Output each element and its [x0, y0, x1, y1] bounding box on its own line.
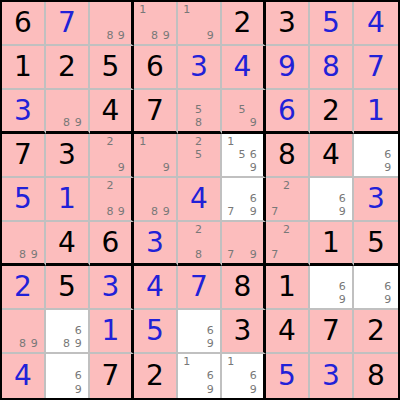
- cell-r7c5[interactable]: 7: [178, 266, 222, 310]
- candidate-8: 8: [61, 116, 73, 129]
- cell-r2c7[interactable]: 9: [266, 46, 310, 90]
- candidate-7: [181, 248, 193, 261]
- given-digit: 2: [58, 53, 76, 81]
- candidate-3: [160, 3, 172, 16]
- candidate-2: [149, 3, 161, 16]
- candidate-9: [204, 161, 216, 174]
- candidate-grid: 89: [49, 91, 84, 129]
- candidate-2: [193, 311, 205, 324]
- cell-r5c9[interactable]: 3: [354, 178, 398, 222]
- candidate-6: [72, 104, 84, 117]
- candidate-8: [281, 205, 293, 218]
- cell-r4c8[interactable]: 4: [310, 134, 354, 178]
- given-digit: 1: [322, 229, 340, 257]
- cell-r5c5[interactable]: 4: [178, 178, 222, 222]
- cell-r3c4[interactable]: 7: [134, 90, 178, 134]
- cell-r6c9[interactable]: 5: [354, 222, 398, 266]
- candidate-9: [292, 205, 304, 218]
- candidate-5: [369, 280, 381, 293]
- candidate-7: [313, 205, 325, 218]
- candidate-1: 1: [225, 355, 236, 369]
- candidate-7: [181, 382, 193, 396]
- cell-r8c1[interactable]: 89: [2, 310, 46, 354]
- cell-r8c4[interactable]: 5: [134, 310, 178, 354]
- given-digit: 4: [278, 317, 296, 345]
- cell-r2c9[interactable]: 7: [354, 46, 398, 90]
- candidate-1: [5, 223, 17, 236]
- candidate-8: [281, 248, 293, 261]
- candidate-3: [336, 179, 348, 192]
- candidate-7: 7: [269, 248, 281, 261]
- candidate-5: [61, 104, 73, 117]
- cell-r2c2[interactable]: 2: [46, 46, 90, 90]
- candidate-2: [61, 91, 73, 104]
- cell-r7c8[interactable]: 69: [310, 266, 354, 310]
- candidate-3: [116, 3, 127, 16]
- candidate-6: [160, 148, 172, 161]
- candidate-grid: 29: [93, 135, 127, 174]
- cell-r7c6[interactable]: 8: [222, 266, 266, 310]
- candidate-9: 9: [28, 248, 40, 261]
- candidate-5: [61, 324, 73, 337]
- candidate-7: [225, 116, 236, 129]
- candidate-1: [269, 223, 281, 236]
- candidate-grid: 69: [49, 355, 84, 396]
- candidate-8: 8: [193, 116, 205, 129]
- candidate-9: 9: [72, 116, 84, 129]
- candidate-1: [357, 135, 369, 148]
- candidate-4: [225, 104, 236, 117]
- given-digit: 3: [234, 317, 252, 345]
- cell-r6c5[interactable]: 28: [178, 222, 222, 266]
- candidate-7: [49, 116, 61, 129]
- given-digit: 3: [58, 141, 76, 169]
- candidate-6: [116, 192, 127, 205]
- cell-r7c4[interactable]: 4: [134, 266, 178, 310]
- solved-digit: 3: [190, 53, 208, 81]
- candidate-grid: 1569: [225, 135, 259, 174]
- candidate-1: [93, 179, 104, 192]
- candidate-6: 6: [204, 324, 216, 337]
- cell-r9c4[interactable]: 2: [134, 354, 178, 398]
- cell-r7c1[interactable]: 2: [2, 266, 46, 310]
- candidate-4: [93, 148, 104, 161]
- cell-r9c6[interactable]: 169: [222, 354, 266, 398]
- cell-r8c6[interactable]: 3: [222, 310, 266, 354]
- cell-r9c9[interactable]: 8: [354, 354, 398, 398]
- candidate-2: [325, 179, 337, 192]
- candidate-8: 8: [61, 337, 73, 350]
- candidate-8: 8: [104, 205, 115, 218]
- solved-digit: 7: [58, 9, 76, 37]
- candidate-grid: 19: [181, 3, 216, 42]
- cell-r1c2[interactable]: 7: [46, 2, 90, 46]
- candidate-grid: 169: [181, 355, 216, 396]
- candidate-7: [5, 337, 17, 350]
- candidate-2: 2: [193, 223, 205, 236]
- candidate-4: [181, 104, 193, 117]
- cell-r3c1[interactable]: 3: [2, 90, 46, 134]
- candidate-grid: 89: [137, 179, 172, 218]
- solved-digit: 5: [322, 9, 340, 37]
- candidate-6: 6: [336, 192, 348, 205]
- solved-digit: 3: [367, 185, 385, 213]
- candidate-1: [313, 267, 325, 280]
- candidate-7: [225, 161, 236, 174]
- cell-r1c9[interactable]: 4: [354, 2, 398, 46]
- candidate-5: [236, 192, 247, 205]
- cell-r3c3[interactable]: 4: [90, 90, 134, 134]
- cell-r4c7[interactable]: 8: [266, 134, 310, 178]
- solved-digit: 3: [322, 362, 340, 390]
- candidate-1: [5, 311, 17, 324]
- candidate-1: [93, 3, 104, 16]
- solved-digit: 9: [278, 53, 296, 81]
- candidate-grid: 89: [5, 223, 40, 261]
- cell-r1c1[interactable]: 6: [2, 2, 46, 46]
- cell-r2c8[interactable]: 8: [310, 46, 354, 90]
- cell-r9c2[interactable]: 69: [46, 354, 90, 398]
- candidate-3: [160, 179, 172, 192]
- solved-digit: 5: [278, 362, 296, 390]
- candidate-3: [292, 223, 304, 236]
- candidate-9: 9: [116, 161, 127, 174]
- candidate-1: 1: [137, 3, 149, 16]
- cell-r3c9[interactable]: 1: [354, 90, 398, 134]
- candidate-grid: 27: [269, 223, 304, 261]
- given-digit: 2: [146, 362, 164, 390]
- candidate-7: 7: [269, 205, 281, 218]
- solved-digit: 8: [322, 53, 340, 81]
- cell-r4c2[interactable]: 3: [46, 134, 90, 178]
- candidate-2: 2: [104, 179, 115, 192]
- solved-digit: 1: [367, 97, 385, 125]
- cell-r4c6[interactable]: 1569: [222, 134, 266, 178]
- cell-r2c1[interactable]: 1: [2, 46, 46, 90]
- cell-r4c4[interactable]: 19: [134, 134, 178, 178]
- candidate-3: [116, 135, 127, 148]
- candidate-7: [181, 161, 193, 174]
- cell-r7c7[interactable]: 1: [266, 266, 310, 310]
- candidate-grid: 58: [181, 91, 216, 129]
- candidate-1: [181, 223, 193, 236]
- cell-r5c4[interactable]: 89: [134, 178, 178, 222]
- candidate-5: [17, 324, 29, 337]
- cell-r9c7[interactable]: 5: [266, 354, 310, 398]
- cell-r9c8[interactable]: 3: [310, 354, 354, 398]
- candidate-grid: 169: [225, 355, 259, 396]
- candidate-6: 6: [336, 280, 348, 293]
- cell-r5c3[interactable]: 289: [90, 178, 134, 222]
- cell-r3c5[interactable]: 58: [178, 90, 222, 134]
- candidate-4: [313, 192, 325, 205]
- solved-digit: 3: [14, 97, 32, 125]
- sudoku-board: 6789189192354125634987389475859621732919…: [0, 0, 400, 400]
- candidate-4: [181, 16, 193, 29]
- cell-r1c4[interactable]: 189: [134, 2, 178, 46]
- given-digit: 8: [234, 273, 252, 301]
- candidate-5: [369, 148, 381, 161]
- cell-r9c3[interactable]: 7: [90, 354, 134, 398]
- candidate-4: [225, 236, 236, 249]
- cell-r8c7[interactable]: 4: [266, 310, 310, 354]
- candidate-grid: 69: [357, 135, 394, 174]
- given-digit: 3: [278, 9, 296, 37]
- candidate-3: [248, 223, 259, 236]
- candidate-6: [28, 236, 40, 249]
- candidate-8: [369, 161, 381, 174]
- candidate-4: [269, 192, 281, 205]
- cell-r6c2[interactable]: 4: [46, 222, 90, 266]
- cell-r1c5[interactable]: 19: [178, 2, 222, 46]
- cell-r8c9[interactable]: 2: [354, 310, 398, 354]
- candidate-5: [149, 148, 161, 161]
- candidate-4: [93, 192, 104, 205]
- candidate-5: 5: [236, 104, 247, 117]
- candidate-1: [93, 135, 104, 148]
- candidate-9: 9: [248, 248, 259, 261]
- candidate-8: [325, 205, 337, 218]
- candidate-1: [181, 91, 193, 104]
- candidate-8: 8: [149, 29, 161, 42]
- candidate-8: [193, 29, 205, 42]
- candidate-5: [17, 236, 29, 249]
- candidate-8: [236, 116, 247, 129]
- cell-r3c8[interactable]: 2: [310, 90, 354, 134]
- cell-r2c4[interactable]: 6: [134, 46, 178, 90]
- candidate-2: [17, 311, 29, 324]
- candidate-9: 9: [248, 205, 259, 218]
- cell-r2c3[interactable]: 5: [90, 46, 134, 90]
- candidate-grid: 27: [269, 179, 304, 218]
- candidate-9: 9: [248, 116, 259, 129]
- candidate-2: [369, 135, 381, 148]
- candidate-4: [137, 148, 149, 161]
- candidate-4: [181, 236, 193, 249]
- candidate-3: [248, 91, 259, 104]
- candidate-8: [325, 293, 337, 306]
- candidate-4: [181, 148, 193, 161]
- candidate-6: 6: [72, 369, 84, 383]
- candidate-4: [357, 280, 369, 293]
- candidate-6: 6: [382, 280, 394, 293]
- cell-r1c3[interactable]: 89: [90, 2, 134, 46]
- candidate-9: 9: [248, 161, 259, 174]
- candidate-9: [204, 116, 216, 129]
- candidate-3: [72, 91, 84, 104]
- cell-r5c8[interactable]: 69: [310, 178, 354, 222]
- given-digit: 2: [367, 317, 385, 345]
- cell-r8c5[interactable]: 69: [178, 310, 222, 354]
- candidate-3: [248, 179, 259, 192]
- candidate-4: [181, 324, 193, 337]
- given-digit: 4: [58, 229, 76, 257]
- cell-r4c5[interactable]: 25: [178, 134, 222, 178]
- candidate-6: [248, 104, 259, 117]
- candidate-7: [357, 293, 369, 306]
- candidate-5: [149, 16, 161, 29]
- candidate-9: 9: [336, 205, 348, 218]
- candidate-5: [149, 192, 161, 205]
- solved-digit: 3: [102, 273, 120, 301]
- candidate-8: [104, 161, 115, 174]
- candidate-7: [137, 29, 149, 42]
- cell-r7c2[interactable]: 5: [46, 266, 90, 310]
- candidate-5: [104, 16, 115, 29]
- candidate-2: [236, 355, 247, 369]
- cell-r2c5[interactable]: 3: [178, 46, 222, 90]
- candidate-3: [160, 135, 172, 148]
- candidate-3: [28, 311, 40, 324]
- candidate-7: [181, 337, 193, 350]
- candidate-2: [236, 91, 247, 104]
- candidate-5: [325, 192, 337, 205]
- candidate-6: [160, 192, 172, 205]
- candidate-4: [49, 324, 61, 337]
- candidate-2: [369, 267, 381, 280]
- candidate-9: 9: [72, 337, 84, 350]
- solved-digit: 6: [278, 97, 296, 125]
- candidate-1: 1: [225, 135, 236, 148]
- candidate-5: [104, 192, 115, 205]
- candidate-9: 9: [160, 29, 172, 42]
- solved-digit: 5: [146, 317, 164, 345]
- cell-r7c9[interactable]: 69: [354, 266, 398, 310]
- candidate-4: [49, 104, 61, 117]
- cell-r5c2[interactable]: 1: [46, 178, 90, 222]
- cell-r5c1[interactable]: 5: [2, 178, 46, 222]
- candidate-8: [61, 382, 73, 396]
- cell-r5c6[interactable]: 679: [222, 178, 266, 222]
- given-digit: 8: [367, 362, 385, 390]
- cell-r5c7[interactable]: 27: [266, 178, 310, 222]
- candidate-1: [269, 179, 281, 192]
- candidate-1: [49, 355, 61, 369]
- candidate-6: [292, 192, 304, 205]
- cell-r4c1[interactable]: 7: [2, 134, 46, 178]
- candidate-1: 1: [137, 135, 149, 148]
- candidate-7: [137, 161, 149, 174]
- candidate-9: [292, 248, 304, 261]
- candidate-8: 8: [149, 205, 161, 218]
- candidate-7: [49, 337, 61, 350]
- solved-digit: 4: [146, 273, 164, 301]
- given-digit: 7: [322, 317, 340, 345]
- candidate-8: 8: [104, 29, 115, 42]
- candidate-2: [17, 223, 29, 236]
- candidate-grid: 19: [137, 135, 172, 174]
- candidate-2: [325, 267, 337, 280]
- candidate-1: 1: [181, 355, 193, 369]
- candidate-8: [236, 161, 247, 174]
- cell-r1c8[interactable]: 5: [310, 2, 354, 46]
- candidate-2: [193, 355, 205, 369]
- given-digit: 7: [14, 141, 32, 169]
- candidate-2: 2: [281, 179, 293, 192]
- candidate-5: [236, 369, 247, 383]
- candidate-5: [193, 324, 205, 337]
- candidate-grid: 25: [181, 135, 216, 174]
- cell-r9c5[interactable]: 169: [178, 354, 222, 398]
- candidate-9: 9: [204, 337, 216, 350]
- given-digit: 2: [234, 9, 252, 37]
- candidate-6: 6: [248, 148, 259, 161]
- cell-r2c6[interactable]: 4: [222, 46, 266, 90]
- candidate-8: [193, 161, 205, 174]
- candidate-9: 9: [116, 29, 127, 42]
- candidate-7: [357, 161, 369, 174]
- candidate-2: 2: [193, 135, 205, 148]
- candidate-7: [181, 29, 193, 42]
- candidate-9: 9: [382, 293, 394, 306]
- cell-r3c2[interactable]: 89: [46, 90, 90, 134]
- candidate-grid: 189: [137, 3, 172, 42]
- candidate-grid: 28: [181, 223, 216, 261]
- candidate-3: [382, 267, 394, 280]
- candidate-7: [49, 382, 61, 396]
- candidate-3: [116, 179, 127, 192]
- cell-r4c3[interactable]: 29: [90, 134, 134, 178]
- candidate-3: [382, 135, 394, 148]
- cell-r3c7[interactable]: 6: [266, 90, 310, 134]
- candidate-6: 6: [72, 324, 84, 337]
- candidate-3: [72, 355, 84, 369]
- cell-r1c6[interactable]: 2: [222, 2, 266, 46]
- candidate-9: 9: [204, 29, 216, 42]
- cell-r8c3[interactable]: 1: [90, 310, 134, 354]
- candidate-2: [149, 135, 161, 148]
- given-digit: 5: [58, 273, 76, 301]
- candidate-9: 9: [160, 161, 172, 174]
- cell-r4c9[interactable]: 69: [354, 134, 398, 178]
- candidate-7: [313, 293, 325, 306]
- solved-digit: 4: [14, 362, 32, 390]
- cell-r9c1[interactable]: 4: [2, 354, 46, 398]
- given-digit: 5: [367, 229, 385, 257]
- cell-r8c2[interactable]: 689: [46, 310, 90, 354]
- cell-r7c3[interactable]: 3: [90, 266, 134, 310]
- candidate-9: 9: [116, 205, 127, 218]
- candidate-4: [225, 369, 236, 383]
- candidate-grid: 79: [225, 223, 259, 261]
- cell-r6c8[interactable]: 1: [310, 222, 354, 266]
- candidate-6: [160, 16, 172, 29]
- cell-r6c6[interactable]: 79: [222, 222, 266, 266]
- cell-r1c7[interactable]: 3: [266, 2, 310, 46]
- cell-r3c6[interactable]: 59: [222, 90, 266, 134]
- candidate-9: 9: [28, 337, 40, 350]
- candidate-9: 9: [382, 161, 394, 174]
- candidate-1: 1: [181, 3, 193, 16]
- cell-r6c3[interactable]: 6: [90, 222, 134, 266]
- candidate-4: [5, 324, 17, 337]
- candidate-4: [313, 280, 325, 293]
- candidate-6: [28, 324, 40, 337]
- candidate-5: 5: [193, 104, 205, 117]
- solved-digit: 5: [14, 185, 32, 213]
- candidate-7: [93, 161, 104, 174]
- candidate-4: [137, 192, 149, 205]
- solved-digit: 4: [234, 53, 252, 81]
- candidate-1: [225, 223, 236, 236]
- cell-r8c8[interactable]: 7: [310, 310, 354, 354]
- solved-digit: 1: [58, 185, 76, 213]
- cell-r6c4[interactable]: 3: [134, 222, 178, 266]
- cell-r6c7[interactable]: 27: [266, 222, 310, 266]
- candidate-4: [357, 148, 369, 161]
- cell-r6c1[interactable]: 89: [2, 222, 46, 266]
- given-digit: 2: [322, 97, 340, 125]
